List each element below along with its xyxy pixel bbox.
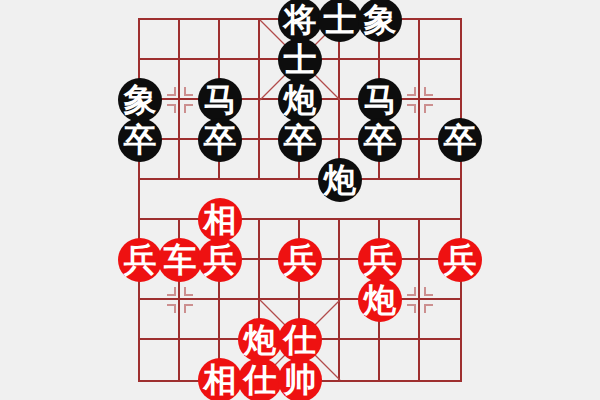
piece-black-advisor[interactable]: 士 [278,38,322,82]
piece-red-soldier[interactable]: 兵 [118,238,162,282]
piece-red-elephant[interactable]: 相 [198,358,242,400]
piece-black-soldier[interactable]: 卒 [438,118,482,162]
piece-red-elephant[interactable]: 相 [198,198,242,242]
xiangqi-screenshot: 将士象士象马炮马卒卒卒卒卒炮相兵车兵兵兵兵炮炮仕相仕帅 [0,0,600,400]
piece-black-soldier[interactable]: 卒 [198,118,242,162]
piece-black-cannon[interactable]: 炮 [318,158,362,202]
piece-black-elephant[interactable]: 象 [358,0,402,42]
piece-black-soldier[interactable]: 卒 [118,118,162,162]
piece-black-horse[interactable]: 马 [198,78,242,122]
xiangqi-board: 将士象士象马炮马卒卒卒卒卒炮相兵车兵兵兵兵炮炮仕相仕帅 [140,20,460,380]
piece-black-general[interactable]: 将 [278,0,322,42]
piece-black-horse[interactable]: 马 [358,78,402,122]
piece-red-cannon[interactable]: 炮 [358,278,402,322]
piece-black-advisor[interactable]: 士 [318,0,362,42]
piece-red-general[interactable]: 帅 [278,358,322,400]
piece-red-cannon[interactable]: 炮 [238,318,282,362]
piece-red-soldier[interactable]: 兵 [358,238,402,282]
piece-black-soldier[interactable]: 卒 [358,118,402,162]
pieces-layer: 将士象士象马炮马卒卒卒卒卒炮相兵车兵兵兵兵炮炮仕相仕帅 [140,20,460,380]
piece-red-soldier[interactable]: 兵 [278,238,322,282]
piece-red-soldier[interactable]: 兵 [198,238,242,282]
piece-red-soldier[interactable]: 兵 [438,238,482,282]
piece-red-advisor[interactable]: 仕 [238,358,282,400]
piece-black-cannon[interactable]: 炮 [278,78,322,122]
piece-red-advisor[interactable]: 仕 [278,318,322,362]
piece-black-elephant[interactable]: 象 [118,78,162,122]
piece-red-chariot[interactable]: 车 [158,238,202,282]
piece-black-soldier[interactable]: 卒 [278,118,322,162]
